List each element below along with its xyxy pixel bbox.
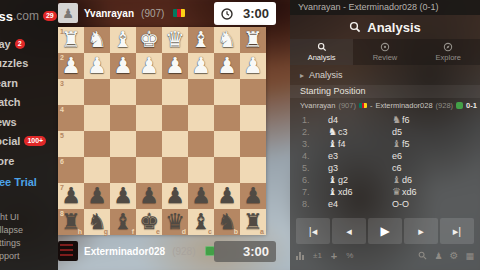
square-a8[interactable]: a♜ [240,209,266,235]
move-number: 3. [302,139,328,149]
square-d5[interactable] [162,131,188,157]
sidebar-item-label: Puzzles [0,57,28,69]
white-move[interactable]: d4 [328,115,392,125]
white-move[interactable]: e4 [328,199,392,209]
black-move[interactable]: O-O [392,199,480,209]
notification-badge: 100+ [24,136,46,146]
square-b7[interactable]: ♟ [214,183,240,209]
square-d1[interactable]: ♛ [162,27,188,53]
move-row-5: 5.g3c6 [290,162,480,174]
square-f2[interactable]: ♟ [110,53,136,79]
square-a6[interactable] [240,157,266,183]
zoom-icon[interactable] [418,251,427,260]
square-g6[interactable] [84,157,110,183]
cameroon-flag-icon [173,9,185,17]
footer-icons-left: ±1+% [296,251,353,260]
rank-label-2: 2 [60,54,64,61]
square-h2[interactable]: 2♟ [58,53,84,79]
move-san: d4 [328,115,338,125]
square-d7[interactable]: ♟ [162,183,188,209]
square-a2[interactable]: ♟ [240,53,266,79]
move-row-6: 6.♝g2♝d6 [290,174,480,186]
logo-tld: .com [13,9,39,23]
sidebar: chess.com 29 Play2PuzzlesLearnWatchNewsS… [0,0,58,270]
square-e6[interactable] [136,157,162,183]
tab-label: Review [373,53,398,62]
engine-analysis-row[interactable]: ▸ Analysis [290,68,480,82]
square-b6[interactable] [214,157,240,183]
square-b2[interactable]: ♟ [214,53,240,79]
square-h6[interactable]: 6 [58,157,84,183]
board-icon[interactable]: ▦ [465,251,474,261]
move-san: e4 [328,199,338,209]
square-g8[interactable]: g♞ [84,209,110,235]
square-d4[interactable] [162,105,188,131]
black-pawn-d7: ♟ [165,185,185,207]
black-clock-time: 3:00 [243,244,269,259]
square-a1[interactable]: ♜ [240,27,266,53]
last-move-button[interactable]: ▸| [440,218,474,244]
tab-analysis[interactable]: Analysis [290,39,353,65]
move-san: c3 [338,127,348,137]
top-player-bar: ♟ Yvanrayan (907) [58,3,185,23]
rank-label-4: 4 [60,106,64,113]
summary-separator: - [370,101,373,110]
review-icon [380,42,390,52]
black-move[interactable]: ♛xd6 [392,187,480,197]
file-label-g: g [104,228,108,235]
sidebar-item-learn[interactable]: Learn [0,73,58,93]
chess-board: 1♜♞♝♚♛♝♞♜2♟♟♟♟♟♟♟♟34567♟♟♟♟♟♟♟♟8h♜g♞f♝e♚… [58,27,266,235]
black-move[interactable]: c6 [392,163,480,173]
sidebar-footer-settings[interactable]: Settings [0,236,58,249]
game-result: 0-1 [466,101,477,110]
rank-label-7: 7 [60,184,64,191]
square-f7[interactable]: ♟ [110,183,136,209]
white-queen-d1: ♛ [165,29,185,51]
logo-badge: 29 [43,11,57,21]
move-san: f4 [338,139,346,149]
square-e2[interactable]: ♟ [136,53,162,79]
settings-icon[interactable]: ⚙ [450,250,459,261]
move-number: 2. [302,127,328,137]
move-number: 8. [302,199,328,209]
play-move-button[interactable]: ▶ [368,218,402,244]
square-c4[interactable] [188,105,214,131]
sidebar-item-more[interactable]: More [0,151,58,171]
square-g1[interactable]: ♞ [84,27,110,53]
sidebar-footer-collapse[interactable]: Collapse [0,223,58,236]
sidebar-footer: Light UICollapseSettingsSupport [0,210,58,262]
black-clock: 3:00 [214,241,276,262]
black-pawn-c7: ♟ [191,185,211,207]
square-e8[interactable]: e♚ [136,209,162,235]
sidebar-footer-support[interactable]: Support [0,249,58,262]
white-move[interactable]: ♝xd6 [328,187,392,197]
square-a3[interactable] [240,79,266,105]
square-f4[interactable] [110,105,136,131]
figurine-b: ♝ [328,187,337,197]
square-d8[interactable]: d♛ [162,209,188,235]
square-h5[interactable]: 5 [58,131,84,157]
move-san: d5 [392,127,402,137]
free-trial-label: Free Trial [0,176,37,188]
square-f3[interactable] [110,79,136,105]
white-move[interactable]: e3 [328,151,392,161]
engine-lines-icon[interactable]: ±1 [313,251,322,260]
explore-icon [443,42,453,52]
sidebar-item-watch[interactable]: Watch [0,93,58,113]
analysis-header-label: Analysis [367,20,420,35]
square-h1[interactable]: 1♜ [58,27,84,53]
figurine-n: ♞ [392,115,401,125]
green-flag-icon [456,102,463,109]
square-c8[interactable]: c♝ [188,209,214,235]
sidebar-item-label: More [0,155,14,167]
tab-label: Analysis [308,53,336,62]
black-move[interactable]: ♝d6 [392,175,480,185]
sidebar-item-label: Learn [0,77,18,89]
white-knight-g1: ♞ [87,29,107,51]
square-h8[interactable]: 8h♜ [58,209,84,235]
top-player-name[interactable]: Yvanrayan [84,8,134,19]
move-number: 6. [302,175,328,185]
bottom-player-avatar[interactable] [58,241,78,261]
move-san: xd6 [338,187,353,197]
move-number: 7. [302,187,328,197]
app-window: chess.com 29 Play2PuzzlesLearnWatchNewsS… [0,0,480,270]
square-g4[interactable] [84,105,110,131]
prev-move-button[interactable]: ◂ [332,218,366,244]
black-bishop-f8: ♝ [113,211,133,233]
footer-icons-right: ♟⚙▦ [418,250,474,261]
square-c5[interactable] [188,131,214,157]
figurine-b: ♝ [328,139,337,149]
black-move[interactable]: e6 [392,151,480,161]
square-e4[interactable] [136,105,162,131]
sidebar-item-label: Social [0,135,20,147]
white-move[interactable]: ♞c3 [328,127,392,137]
square-e7[interactable]: ♟ [136,183,162,209]
white-move[interactable]: ♝f4 [328,139,392,149]
analysis-header: Analysis [290,15,480,39]
white-pawn-h2: ♟ [61,55,81,77]
white-pawn-a2: ♟ [243,55,263,77]
odds-icon[interactable]: % [346,251,353,260]
move-row-4: 4.e3e6 [290,150,480,162]
move-row-2: 2.♞c3d5 [290,126,480,138]
move-number: 1. [302,115,328,125]
white-bishop-c1: ♝ [191,29,211,51]
move-row-1: 1.d4♞f6 [290,114,480,126]
game-title-bar: Yvanrayan - Exterminador028 (0-1) [290,0,480,15]
black-move[interactable]: ♞f6 [392,115,480,125]
square-e5[interactable] [136,131,162,157]
move-san: e6 [392,151,402,161]
file-label-c: c [208,228,212,235]
bottom-player-name[interactable]: Exterminador028 [84,246,165,257]
figurine-b: ♝ [328,175,337,185]
square-h4[interactable]: 4 [58,105,84,131]
add-icon[interactable]: + [331,252,337,260]
black-pawn-h7: ♟ [61,185,81,207]
figurine-b: ♝ [392,175,401,185]
analysis-footer: ±1+% ♟⚙▦ [296,250,474,261]
black-pawn-f7: ♟ [113,185,133,207]
pawn-avatar-icon: ♟ [62,6,74,21]
move-nav-bar: |◂◂▶▸▸| [296,218,474,244]
square-d6[interactable] [162,157,188,183]
square-a7[interactable]: ♟ [240,183,266,209]
white-bishop-f1: ♝ [113,29,133,51]
square-b4[interactable] [214,105,240,131]
game-summary-line: Yvanrayan (907) - Exterminador028 (928) … [290,99,480,112]
move-san: xd6 [402,187,417,197]
chess-com-logo[interactable]: chess.com 29 [0,4,58,28]
white-move[interactable]: g3 [328,163,392,173]
move-san: O-O [392,199,409,209]
sidebar-item-play[interactable]: Play2 [0,34,58,54]
move-san: c6 [392,163,402,173]
file-label-a: a [260,228,264,235]
black-pawn-b7: ♟ [217,185,237,207]
eval-chart-icon[interactable] [296,252,304,260]
square-c3[interactable] [188,79,214,105]
rank-label-8: 8 [60,210,64,217]
move-number: 5. [302,163,328,173]
move-san: e3 [328,151,338,161]
figurine-b: ♝ [392,139,401,149]
white-clock-time: 3:00 [243,6,269,21]
summary-black-rating: (928) [436,101,454,110]
move-san: d6 [402,175,412,185]
square-c6[interactable] [188,157,214,183]
square-h7[interactable]: 7♟ [58,183,84,209]
notification-badge: 2 [15,39,25,49]
engine-analysis-label: Analysis [309,70,343,80]
sidebar-footer-light-ui[interactable]: Light UI [0,210,58,223]
square-b5[interactable] [214,131,240,157]
white-rook-h1: ♜ [61,29,81,51]
black-move[interactable]: ♝f5 [392,139,480,149]
file-label-f: f [132,228,134,235]
chevron-right-icon: ▸ [300,71,304,80]
bottom-player-bar: Exterminador028 (928) [58,241,215,261]
tab-review[interactable]: Review [353,39,416,65]
move-number: 4. [302,151,328,161]
rank-label-5: 5 [60,132,64,139]
starting-position-row[interactable]: Starting Position [290,85,480,98]
square-b1[interactable]: ♞ [214,27,240,53]
square-d2[interactable]: ♟ [162,53,188,79]
square-g7[interactable]: ♟ [84,183,110,209]
square-h3[interactable]: 3 [58,79,84,105]
move-san: f6 [402,115,410,125]
white-pawn-g2: ♟ [87,55,107,77]
square-c1[interactable]: ♝ [188,27,214,53]
move-row-3: 3.♝f4♝f5 [290,138,480,150]
square-f5[interactable] [110,131,136,157]
summary-black-name: Exterminador028 [375,101,432,110]
white-move[interactable]: ♝g2 [328,175,392,185]
white-pawn-b2: ♟ [217,55,237,77]
file-label-e: e [156,228,160,235]
magnifier-icon [317,42,327,52]
analysis-tabs: AnalysisReviewExplore [290,39,480,65]
summary-white-rating: (907) [338,101,356,110]
square-d3[interactable] [162,79,188,105]
white-clock: 3:00 [214,2,276,25]
tab-label: Explore [436,53,461,62]
file-label-d: d [182,228,186,235]
top-player-rating: (907) [141,8,164,19]
sidebar-item-label: News [0,116,17,128]
sidebar-item-puzzles[interactable]: Puzzles [0,54,58,74]
white-king-e1: ♚ [139,29,159,51]
figurine-q: ♛ [392,187,401,197]
white-knight-b1: ♞ [217,29,237,51]
square-c7[interactable]: ♟ [188,183,214,209]
black-pawn-g7: ♟ [87,185,107,207]
square-c2[interactable]: ♟ [188,53,214,79]
file-label-h: h [78,228,82,235]
move-san: f5 [402,139,410,149]
move-list: 1.d4♞f62.♞c3d53.♝f4♝f54.e3e65.g3c66.♝g2♝… [290,114,480,210]
sidebar-item-social[interactable]: Social100+ [0,132,58,152]
rank-label-1: 1 [60,28,64,35]
sidebar-item-label: Play [0,38,11,50]
black-pawn-a7: ♟ [243,185,263,207]
square-e3[interactable] [136,79,162,105]
white-rook-a1: ♜ [243,29,263,51]
bottom-player-rating: (928) [172,246,195,257]
move-row-7: 7.♝xd6♛xd6 [290,186,480,198]
summary-white-name: Yvanrayan [300,101,335,110]
sidebar-item-news[interactable]: News [0,112,58,132]
square-b8[interactable]: b♞ [214,209,240,235]
cameroon-flag-icon [359,103,367,108]
square-f6[interactable] [110,157,136,183]
move-san: g3 [328,163,338,173]
sidebar-item-label: Watch [0,96,21,108]
first-move-button[interactable]: |◂ [296,218,330,244]
rank-label-3: 3 [60,80,64,87]
white-pawn-d2: ♟ [165,55,185,77]
coach-icon[interactable]: ♟ [434,251,442,261]
logo-text: chess [0,9,13,24]
square-e1[interactable]: ♚ [136,27,162,53]
square-a4[interactable] [240,105,266,131]
figurine-n: ♞ [328,127,337,137]
black-pawn-e7: ♟ [139,185,159,207]
next-move-button[interactable]: ▸ [404,218,438,244]
white-pawn-f2: ♟ [113,55,133,77]
clock-icon [221,8,233,20]
square-g3[interactable] [84,79,110,105]
square-g2[interactable]: ♟ [84,53,110,79]
file-label-b: b [234,228,238,235]
square-g5[interactable] [84,131,110,157]
square-f8[interactable]: f♝ [110,209,136,235]
white-pawn-c2: ♟ [191,55,211,77]
top-player-avatar[interactable]: ♟ [58,3,78,23]
magnifier-icon [349,21,361,33]
free-trial-link[interactable]: Free Trial [0,173,58,193]
square-b3[interactable] [214,79,240,105]
move-row-8: 8.e4O-O [290,198,480,210]
white-pawn-e2: ♟ [139,55,159,77]
black-move[interactable]: d5 [392,127,480,137]
rank-label-6: 6 [60,158,64,165]
move-san: g2 [338,175,348,185]
tab-explore[interactable]: Explore [417,39,480,65]
square-f1[interactable]: ♝ [110,27,136,53]
square-a5[interactable] [240,131,266,157]
